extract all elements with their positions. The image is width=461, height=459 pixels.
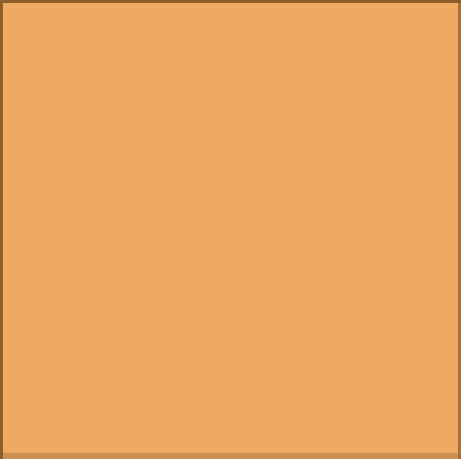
board-cells — [19, 20, 458, 457]
go-board-diagram — [0, 0, 461, 459]
